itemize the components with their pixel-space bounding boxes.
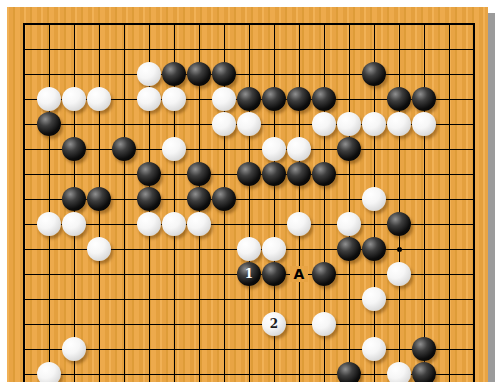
point-label-a[interactable]: A [290,266,308,282]
stone-white[interactable] [412,112,436,136]
stone-black[interactable] [337,137,361,161]
stone-black[interactable] [212,187,236,211]
stone-black[interactable] [212,62,236,86]
stone-white[interactable] [237,112,261,136]
stone-white[interactable] [62,87,86,111]
stone-white[interactable] [187,212,211,236]
stone-white[interactable] [312,112,336,136]
stone-black[interactable] [287,87,311,111]
stone-black[interactable] [87,187,111,211]
stone-black[interactable] [362,237,386,261]
stone-white[interactable] [237,237,261,261]
stone-white[interactable] [212,112,236,136]
stone-black[interactable] [312,162,336,186]
stone-black[interactable] [187,162,211,186]
stone-white[interactable] [162,212,186,236]
stone-black[interactable] [262,162,286,186]
stone-black[interactable] [312,262,336,286]
move-1-stone-black[interactable]: 1 [237,262,261,286]
stone-black[interactable] [237,87,261,111]
stone-white[interactable] [287,212,311,236]
stone-black[interactable] [137,162,161,186]
stone-white[interactable] [62,337,86,361]
stone-black[interactable] [412,337,436,361]
stone-white[interactable] [137,212,161,236]
stone-white[interactable] [37,212,61,236]
stone-white[interactable] [362,337,386,361]
stone-black[interactable] [37,112,61,136]
stone-white[interactable] [137,87,161,111]
stone-white[interactable] [287,137,311,161]
stone-white[interactable] [387,362,411,382]
stone-black[interactable] [187,187,211,211]
stone-white[interactable] [87,87,111,111]
stone-black[interactable] [412,362,436,382]
stone-black[interactable] [62,137,86,161]
stone-white[interactable] [387,262,411,286]
stone-black[interactable] [412,87,436,111]
stone-black[interactable] [362,62,386,86]
stone-white[interactable] [37,362,61,382]
stones-layer: 12A [0,0,500,382]
stone-white[interactable] [312,312,336,336]
stone-white[interactable] [162,87,186,111]
stone-black[interactable] [287,162,311,186]
stone-white[interactable] [62,212,86,236]
stone-white[interactable] [362,287,386,311]
stone-white[interactable] [337,212,361,236]
move-2-stone-white[interactable]: 2 [262,312,286,336]
stone-white[interactable] [37,87,61,111]
stone-white[interactable] [362,112,386,136]
stone-white[interactable] [87,237,111,261]
move-number-label: 1 [245,268,253,280]
stone-black[interactable] [62,187,86,211]
stone-white[interactable] [387,112,411,136]
stone-black[interactable] [387,212,411,236]
stone-black[interactable] [162,62,186,86]
board-drop-shadow [488,13,495,382]
stone-black[interactable] [237,162,261,186]
stone-white[interactable] [337,112,361,136]
stone-white[interactable] [262,137,286,161]
stone-black[interactable] [312,87,336,111]
stone-white[interactable] [137,62,161,86]
stone-white[interactable] [262,237,286,261]
stone-black[interactable] [387,87,411,111]
stone-white[interactable] [212,87,236,111]
go-diagram: 12A [0,0,500,382]
stone-white[interactable] [162,137,186,161]
stone-black[interactable] [187,62,211,86]
stone-black[interactable] [137,187,161,211]
stone-black[interactable] [337,237,361,261]
stone-black[interactable] [262,87,286,111]
move-number-label: 2 [270,318,278,330]
stone-white[interactable] [362,187,386,211]
stone-black[interactable] [112,137,136,161]
stone-black[interactable] [337,362,361,382]
stone-black[interactable] [262,262,286,286]
